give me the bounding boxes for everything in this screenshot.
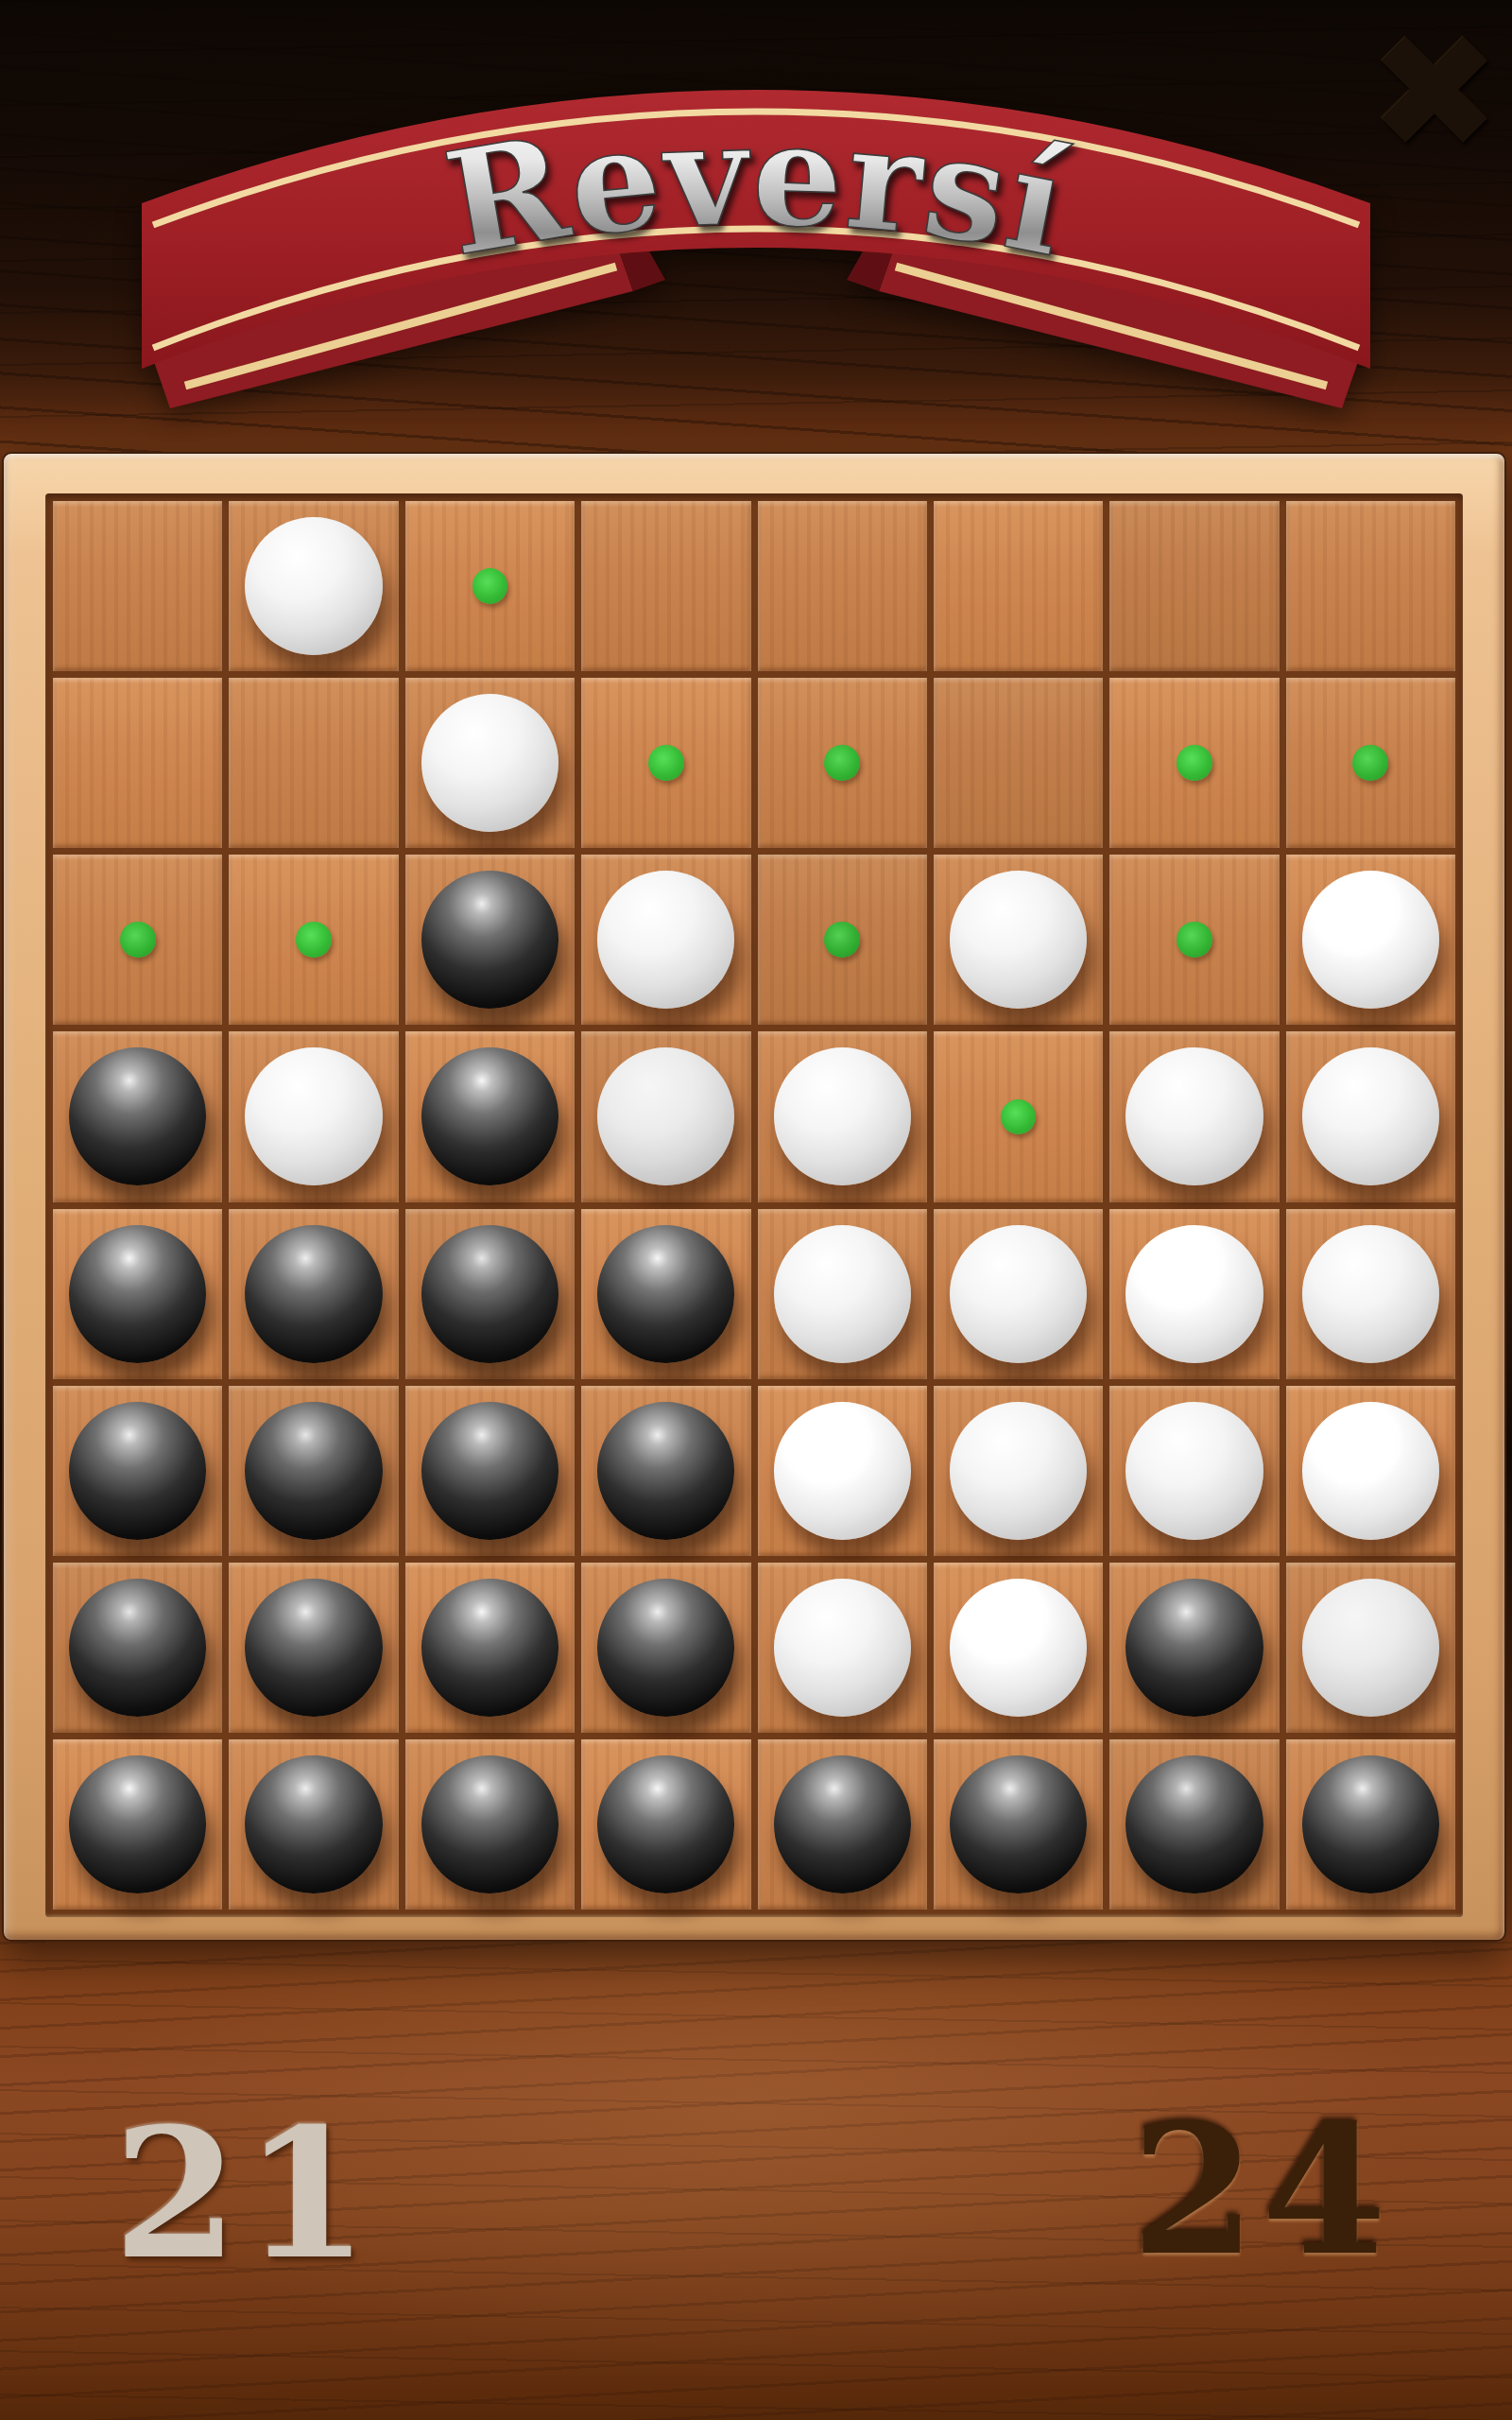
- legal-move-hint: [1001, 1099, 1037, 1135]
- cell-b5[interactable]: [229, 1209, 398, 1379]
- cell-b6[interactable]: [229, 1386, 398, 1556]
- cell-g8[interactable]: [1109, 1739, 1279, 1910]
- white-piece: [774, 1225, 911, 1363]
- legal-move-hint: [120, 922, 156, 958]
- cell-f4[interactable]: [934, 1031, 1103, 1201]
- white-piece: [245, 517, 382, 655]
- legal-move-hint: [296, 922, 332, 958]
- cell-f3[interactable]: [934, 855, 1103, 1025]
- title-banner: Reversí: [0, 0, 1512, 492]
- reversi-app: ✖: [0, 0, 1512, 2420]
- white-piece: [1125, 1047, 1263, 1185]
- white-piece: [1302, 1047, 1439, 1185]
- cell-c7[interactable]: [405, 1563, 575, 1733]
- cell-d5[interactable]: [581, 1209, 750, 1379]
- black-piece: [421, 1402, 558, 1540]
- cell-c8[interactable]: [405, 1739, 575, 1910]
- cell-b8[interactable]: [229, 1739, 398, 1910]
- black-piece: [69, 1755, 206, 1893]
- white-piece: [774, 1047, 911, 1185]
- game-board: [2, 452, 1506, 1942]
- cell-b7[interactable]: [229, 1563, 398, 1733]
- white-piece: [1302, 1402, 1439, 1540]
- white-piece: [1302, 1579, 1439, 1717]
- cell-e7[interactable]: [758, 1563, 927, 1733]
- cell-d7[interactable]: [581, 1563, 750, 1733]
- white-piece: [1302, 871, 1439, 1009]
- black-score: 24: [1120, 2100, 1403, 2280]
- cell-f8[interactable]: [934, 1739, 1103, 1910]
- cell-e3[interactable]: [758, 855, 927, 1025]
- black-piece: [421, 871, 558, 1009]
- legal-move-hint: [472, 568, 508, 604]
- game-title: Reversí: [435, 90, 1080, 288]
- white-piece: [950, 1225, 1087, 1363]
- cell-g7[interactable]: [1109, 1563, 1279, 1733]
- cell-c4[interactable]: [405, 1031, 575, 1201]
- cell-h1[interactable]: [1286, 501, 1455, 671]
- cell-h4[interactable]: [1286, 1031, 1455, 1201]
- cell-h8[interactable]: [1286, 1739, 1455, 1910]
- cell-b3[interactable]: [229, 855, 398, 1025]
- cell-h3[interactable]: [1286, 855, 1455, 1025]
- white-piece: [1125, 1402, 1263, 1540]
- black-piece: [597, 1225, 734, 1363]
- cell-d4[interactable]: [581, 1031, 750, 1201]
- legal-move-hint: [648, 745, 684, 781]
- cell-d8[interactable]: [581, 1739, 750, 1910]
- cell-d2[interactable]: [581, 678, 750, 848]
- cell-e4[interactable]: [758, 1031, 927, 1201]
- cell-c3[interactable]: [405, 855, 575, 1025]
- black-piece: [245, 1579, 382, 1717]
- white-piece: [950, 871, 1087, 1009]
- cell-f5[interactable]: [934, 1209, 1103, 1379]
- cell-e1[interactable]: [758, 501, 927, 671]
- black-piece: [597, 1402, 734, 1540]
- cell-f7[interactable]: [934, 1563, 1103, 1733]
- cell-g2[interactable]: [1109, 678, 1279, 848]
- black-piece: [421, 1579, 558, 1717]
- cell-f2[interactable]: [934, 678, 1103, 848]
- cell-h7[interactable]: [1286, 1563, 1455, 1733]
- cell-h5[interactable]: [1286, 1209, 1455, 1379]
- cell-g1[interactable]: [1109, 501, 1279, 671]
- cell-a7[interactable]: [53, 1563, 222, 1733]
- black-piece: [421, 1047, 558, 1185]
- black-piece: [597, 1755, 734, 1893]
- cell-d6[interactable]: [581, 1386, 750, 1556]
- black-piece: [1125, 1579, 1263, 1717]
- cell-e8[interactable]: [758, 1739, 927, 1910]
- legal-move-hint: [824, 922, 860, 958]
- cell-b1[interactable]: [229, 501, 398, 671]
- cell-a6[interactable]: [53, 1386, 222, 1556]
- white-piece: [774, 1579, 911, 1717]
- white-piece: [597, 871, 734, 1009]
- legal-move-hint: [1177, 922, 1212, 958]
- cell-c1[interactable]: [405, 501, 575, 671]
- black-piece: [597, 1579, 734, 1717]
- cell-c5[interactable]: [405, 1209, 575, 1379]
- black-piece: [421, 1225, 558, 1363]
- white-piece: [950, 1579, 1087, 1717]
- cell-f6[interactable]: [934, 1386, 1103, 1556]
- cell-a3[interactable]: [53, 855, 222, 1025]
- black-piece: [69, 1579, 206, 1717]
- black-piece: [421, 1755, 558, 1893]
- cell-g6[interactable]: [1109, 1386, 1279, 1556]
- black-piece: [69, 1047, 206, 1185]
- cell-a2[interactable]: [53, 678, 222, 848]
- cell-a8[interactable]: [53, 1739, 222, 1910]
- legal-move-hint: [824, 745, 860, 781]
- cell-g4[interactable]: [1109, 1031, 1279, 1201]
- cell-a1[interactable]: [53, 501, 222, 671]
- black-piece: [245, 1755, 382, 1893]
- cell-g5[interactable]: [1109, 1209, 1279, 1379]
- cell-c6[interactable]: [405, 1386, 575, 1556]
- cell-g3[interactable]: [1109, 855, 1279, 1025]
- cell-d3[interactable]: [581, 855, 750, 1025]
- white-piece: [1125, 1225, 1263, 1363]
- white-piece: [597, 1047, 734, 1185]
- cell-b4[interactable]: [229, 1031, 398, 1201]
- cell-h2[interactable]: [1286, 678, 1455, 848]
- black-piece: [1125, 1755, 1263, 1893]
- cell-b2[interactable]: [229, 678, 398, 848]
- white-piece: [245, 1047, 382, 1185]
- black-piece: [774, 1755, 911, 1893]
- black-piece: [69, 1225, 206, 1363]
- cell-e6[interactable]: [758, 1386, 927, 1556]
- black-piece: [950, 1755, 1087, 1893]
- legal-move-hint: [1352, 745, 1388, 781]
- white-piece: [421, 694, 558, 832]
- cell-h6[interactable]: [1286, 1386, 1455, 1556]
- white-piece: [950, 1402, 1087, 1540]
- cell-e5[interactable]: [758, 1209, 927, 1379]
- cell-a4[interactable]: [53, 1031, 222, 1201]
- cell-a5[interactable]: [53, 1209, 222, 1379]
- cell-d1[interactable]: [581, 501, 750, 671]
- legal-move-hint: [1177, 745, 1212, 781]
- cell-f1[interactable]: [934, 501, 1103, 671]
- board-grid: [45, 493, 1463, 1917]
- black-piece: [245, 1402, 382, 1540]
- white-piece: [774, 1402, 911, 1540]
- white-piece: [1302, 1225, 1439, 1363]
- white-score: 21: [102, 2104, 386, 2284]
- cell-e2[interactable]: [758, 678, 927, 848]
- black-piece: [245, 1225, 382, 1363]
- black-piece: [69, 1402, 206, 1540]
- black-piece: [1302, 1755, 1439, 1893]
- cell-c2[interactable]: [405, 678, 575, 848]
